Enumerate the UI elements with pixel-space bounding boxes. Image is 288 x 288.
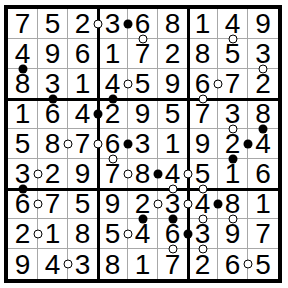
cell-r4c8[interactable]: 3 xyxy=(218,99,248,129)
cell-r6c5[interactable]: 8 xyxy=(128,159,158,189)
cell-digit: 4 xyxy=(195,189,211,218)
cell-digit: 7 xyxy=(225,69,241,98)
cell-r5c1[interactable]: 5 xyxy=(8,129,38,159)
cell-r7c2[interactable]: 7 xyxy=(38,189,68,219)
cell-r9c4[interactable]: 8 xyxy=(98,249,128,279)
cell-digit: 6 xyxy=(105,129,121,158)
cell-r7c3[interactable]: 5 xyxy=(68,189,98,219)
cell-digit: 4 xyxy=(75,99,91,128)
cell-digit: 9 xyxy=(15,250,31,279)
cell-digit: 4 xyxy=(15,39,31,68)
cell-digit: 9 xyxy=(195,129,211,158)
cell-r9c5[interactable]: 1 xyxy=(128,249,158,279)
cell-digit: 4 xyxy=(225,9,241,38)
cell-digit: 4 xyxy=(105,69,121,98)
cell-digit: 2 xyxy=(105,99,121,128)
cell-digit: 2 xyxy=(165,39,181,68)
cell-digit: 3 xyxy=(75,250,91,279)
cell-digit: 8 xyxy=(75,219,91,248)
kropki-board: 7523681494961728538314596721642957385876… xyxy=(4,5,282,283)
cell-digit: 5 xyxy=(225,39,241,68)
cell-r6c9[interactable]: 6 xyxy=(248,159,278,189)
cell-digit: 7 xyxy=(75,129,91,158)
cell-r8c4[interactable]: 5 xyxy=(98,219,128,249)
cell-digit: 3 xyxy=(15,159,31,188)
cell-r6c6[interactable]: 4 xyxy=(158,159,188,189)
cell-digit: 1 xyxy=(165,129,181,158)
cell-digit: 6 xyxy=(195,69,211,98)
cell-r1c1[interactable]: 7 xyxy=(8,9,38,39)
cell-r3c5[interactable]: 5 xyxy=(128,69,158,99)
cell-r6c1[interactable]: 3 xyxy=(8,159,38,189)
cell-r7c7[interactable]: 4 xyxy=(188,189,218,219)
cell-digit: 8 xyxy=(105,250,121,279)
cell-r9c8[interactable]: 6 xyxy=(218,249,248,279)
cell-digit: 9 xyxy=(255,9,271,38)
cell-digit: 6 xyxy=(165,219,181,248)
cell-r5c8[interactable]: 2 xyxy=(218,129,248,159)
cell-r6c2[interactable]: 2 xyxy=(38,159,68,189)
cell-r4c7[interactable]: 7 xyxy=(188,99,218,129)
cell-r6c8[interactable]: 1 xyxy=(218,159,248,189)
cell-r1c3[interactable]: 2 xyxy=(68,9,98,39)
cell-digit: 8 xyxy=(135,159,151,188)
cell-digit: 1 xyxy=(135,250,151,279)
cell-digit: 8 xyxy=(195,39,211,68)
cell-digit: 4 xyxy=(135,219,151,248)
cell-r9c1[interactable]: 9 xyxy=(8,249,38,279)
cell-digit: 6 xyxy=(135,9,151,38)
cell-r4c5[interactable]: 9 xyxy=(128,99,158,129)
cell-r1c2[interactable]: 5 xyxy=(38,9,68,39)
cell-digit: 5 xyxy=(255,250,271,279)
cell-r2c4[interactable]: 1 xyxy=(98,39,128,69)
cell-r1c4[interactable]: 3 xyxy=(98,9,128,39)
cell-digit: 7 xyxy=(195,99,211,128)
cell-digit: 2 xyxy=(255,69,271,98)
cell-r8c1[interactable]: 2 xyxy=(8,219,38,249)
cell-digit: 5 xyxy=(165,99,181,128)
cell-r1c5[interactable]: 6 xyxy=(128,9,158,39)
cell-r7c4[interactable]: 9 xyxy=(98,189,128,219)
cell-digit: 2 xyxy=(135,189,151,218)
cell-r3c4[interactable]: 4 xyxy=(98,69,128,99)
cell-r8c9[interactable]: 7 xyxy=(248,219,278,249)
cell-r3c7[interactable]: 6 xyxy=(188,69,218,99)
cell-r2c1[interactable]: 4 xyxy=(8,39,38,69)
cell-r3c6[interactable]: 9 xyxy=(158,69,188,99)
cell-digit: 7 xyxy=(135,39,151,68)
cell-digit: 6 xyxy=(225,250,241,279)
cell-r2c3[interactable]: 6 xyxy=(68,39,98,69)
cell-digit: 9 xyxy=(45,39,61,68)
cell-r4c4[interactable]: 2 xyxy=(98,99,128,129)
cell-r5c3[interactable]: 7 xyxy=(68,129,98,159)
cell-digit: 9 xyxy=(105,189,121,218)
cell-r6c7[interactable]: 5 xyxy=(188,159,218,189)
kropki-board-container: 7523681494961728538314596721642957385876… xyxy=(4,5,282,283)
cell-r3c2[interactable]: 3 xyxy=(38,69,68,99)
cell-digit: 8 xyxy=(15,69,31,98)
cell-r9c9[interactable]: 5 xyxy=(248,249,278,279)
cell-r2c2[interactable]: 9 xyxy=(38,39,68,69)
cell-digit: 7 xyxy=(165,250,181,279)
cell-digit: 2 xyxy=(195,250,211,279)
cell-r8c6[interactable]: 6 xyxy=(158,219,188,249)
cell-r7c1[interactable]: 6 xyxy=(8,189,38,219)
cell-r2c7[interactable]: 8 xyxy=(188,39,218,69)
cell-digit: 5 xyxy=(45,9,61,38)
cell-r3c3[interactable]: 1 xyxy=(68,69,98,99)
cell-digit: 7 xyxy=(45,189,61,218)
cell-digit: 9 xyxy=(135,99,151,128)
cell-r6c4[interactable]: 7 xyxy=(98,159,128,189)
cell-digit: 3 xyxy=(165,189,181,218)
cell-r8c7[interactable]: 3 xyxy=(188,219,218,249)
cell-r8c8[interactable]: 9 xyxy=(218,219,248,249)
cell-digit: 6 xyxy=(255,159,271,188)
cell-digit: 1 xyxy=(105,39,121,68)
cell-digit: 5 xyxy=(105,219,121,248)
cell-digit: 8 xyxy=(45,129,61,158)
cell-r4c6[interactable]: 5 xyxy=(158,99,188,129)
cell-r5c4[interactable]: 6 xyxy=(98,129,128,159)
cell-r8c2[interactable]: 1 xyxy=(38,219,68,249)
cell-digit: 6 xyxy=(15,189,31,218)
cell-digit: 3 xyxy=(255,39,271,68)
cell-digit: 5 xyxy=(195,159,211,188)
cell-digit: 2 xyxy=(15,219,31,248)
cell-digit: 1 xyxy=(195,9,211,38)
cell-digit: 1 xyxy=(255,189,271,218)
cell-digit: 6 xyxy=(75,39,91,68)
cell-r9c2[interactable]: 4 xyxy=(38,249,68,279)
cell-r1c7[interactable]: 1 xyxy=(188,9,218,39)
cell-r2c9[interactable]: 3 xyxy=(248,39,278,69)
cell-r8c3[interactable]: 8 xyxy=(68,219,98,249)
cell-digit: 3 xyxy=(135,129,151,158)
cell-digit: 2 xyxy=(75,9,91,38)
cell-digit: 3 xyxy=(225,99,241,128)
cell-digit: 4 xyxy=(45,250,61,279)
cell-r1c9[interactable]: 9 xyxy=(248,9,278,39)
cell-r4c3[interactable]: 4 xyxy=(68,99,98,129)
cell-r3c8[interactable]: 7 xyxy=(218,69,248,99)
cell-r7c6[interactable]: 3 xyxy=(158,189,188,219)
cell-digit: 4 xyxy=(255,129,271,158)
cell-r6c3[interactable]: 9 xyxy=(68,159,98,189)
cell-r9c6[interactable]: 7 xyxy=(158,249,188,279)
cell-r5c7[interactable]: 9 xyxy=(188,129,218,159)
cell-r3c9[interactable]: 2 xyxy=(248,69,278,99)
cell-digit: 8 xyxy=(165,9,181,38)
cell-digit: 5 xyxy=(135,69,151,98)
cell-r1c6[interactable]: 8 xyxy=(158,9,188,39)
cell-digit: 7 xyxy=(105,159,121,188)
cell-digit: 6 xyxy=(45,99,61,128)
cell-digit: 3 xyxy=(105,9,121,38)
cell-digit: 5 xyxy=(15,129,31,158)
cell-r5c6[interactable]: 1 xyxy=(158,129,188,159)
cell-r4c2[interactable]: 6 xyxy=(38,99,68,129)
cell-r8c5[interactable]: 4 xyxy=(128,219,158,249)
cell-r7c5[interactable]: 2 xyxy=(128,189,158,219)
cell-r2c6[interactable]: 2 xyxy=(158,39,188,69)
cell-digit: 5 xyxy=(75,189,91,218)
cell-r4c9[interactable]: 8 xyxy=(248,99,278,129)
cell-digit: 8 xyxy=(255,99,271,128)
cell-r9c3[interactable]: 3 xyxy=(68,249,98,279)
cell-r5c2[interactable]: 8 xyxy=(38,129,68,159)
cell-digit: 2 xyxy=(225,129,241,158)
cell-digit: 8 xyxy=(225,189,241,218)
cell-digit: 9 xyxy=(165,69,181,98)
cell-r5c5[interactable]: 3 xyxy=(128,129,158,159)
cell-r1c8[interactable]: 4 xyxy=(218,9,248,39)
cell-digit: 7 xyxy=(255,219,271,248)
cell-r7c9[interactable]: 1 xyxy=(248,189,278,219)
cell-digit: 1 xyxy=(75,69,91,98)
cell-digit: 9 xyxy=(225,219,241,248)
cell-digit: 7 xyxy=(15,9,31,38)
cell-r3c1[interactable]: 8 xyxy=(8,69,38,99)
cell-r5c9[interactable]: 4 xyxy=(248,129,278,159)
cell-r7c8[interactable]: 8 xyxy=(218,189,248,219)
cell-digit: 3 xyxy=(45,69,61,98)
cell-digit: 3 xyxy=(195,219,211,248)
cell-digit: 1 xyxy=(15,99,31,128)
cell-r2c5[interactable]: 7 xyxy=(128,39,158,69)
cell-digit: 1 xyxy=(225,159,241,188)
cell-r9c7[interactable]: 2 xyxy=(188,249,218,279)
cell-r2c8[interactable]: 5 xyxy=(218,39,248,69)
cell-digit: 9 xyxy=(75,159,91,188)
cell-digit: 4 xyxy=(165,159,181,188)
cell-r4c1[interactable]: 1 xyxy=(8,99,38,129)
cell-digit: 2 xyxy=(45,159,61,188)
cell-digit: 1 xyxy=(45,219,61,248)
